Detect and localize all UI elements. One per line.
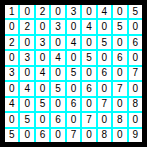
- cell-r7c5[interactable]: 6: [67, 98, 80, 111]
- cell-r7c4[interactable]: 0: [51, 98, 64, 111]
- cell-r9c2[interactable]: 0: [20, 129, 33, 142]
- cell-r4c8[interactable]: 6: [113, 51, 126, 64]
- cell-r5c7[interactable]: 6: [98, 67, 111, 80]
- cell-r6c2[interactable]: 4: [20, 82, 33, 95]
- cell-r5c6[interactable]: 0: [82, 67, 95, 80]
- cell-r2c8[interactable]: 5: [113, 20, 126, 33]
- cell-r7c3[interactable]: 5: [36, 98, 49, 111]
- cell-r2c3[interactable]: 0: [36, 20, 49, 33]
- cell-r9c9[interactable]: 9: [129, 129, 142, 142]
- cell-r3c2[interactable]: 0: [20, 36, 33, 49]
- cell-r1c8[interactable]: 0: [113, 5, 126, 18]
- cell-r7c9[interactable]: 8: [129, 98, 142, 111]
- cell-r3c6[interactable]: 0: [82, 36, 95, 49]
- cell-r1c9[interactable]: 5: [129, 5, 142, 18]
- cell-r2c6[interactable]: 4: [82, 20, 95, 33]
- cell-r8c9[interactable]: 0: [129, 113, 142, 126]
- cell-r5c2[interactable]: 0: [20, 67, 33, 80]
- cell-r4c5[interactable]: 0: [67, 51, 80, 64]
- cell-r6c7[interactable]: 0: [98, 82, 111, 95]
- cell-r8c1[interactable]: 0: [5, 113, 18, 126]
- cell-r6c9[interactable]: 0: [129, 82, 142, 95]
- cell-r4c9[interactable]: 0: [129, 51, 142, 64]
- number-grid: 1020304050203040502030405060304050603040…: [5, 5, 142, 142]
- cell-r4c3[interactable]: 0: [36, 51, 49, 64]
- cell-r9c1[interactable]: 5: [5, 129, 18, 142]
- cell-r7c1[interactable]: 4: [5, 98, 18, 111]
- cell-r9c4[interactable]: 0: [51, 129, 64, 142]
- cell-r1c5[interactable]: 3: [67, 5, 80, 18]
- cell-r5c9[interactable]: 7: [129, 67, 142, 80]
- cell-r4c4[interactable]: 4: [51, 51, 64, 64]
- cell-r6c8[interactable]: 7: [113, 82, 126, 95]
- cell-r3c9[interactable]: 6: [129, 36, 142, 49]
- cell-r1c7[interactable]: 4: [98, 5, 111, 18]
- cell-r1c1[interactable]: 1: [5, 5, 18, 18]
- cell-r2c9[interactable]: 0: [129, 20, 142, 33]
- cell-r8c5[interactable]: 0: [67, 113, 80, 126]
- cell-r2c2[interactable]: 2: [20, 20, 33, 33]
- cell-r8c6[interactable]: 7: [82, 113, 95, 126]
- cell-r6c3[interactable]: 0: [36, 82, 49, 95]
- cell-r2c4[interactable]: 3: [51, 20, 64, 33]
- cell-r9c7[interactable]: 8: [98, 129, 111, 142]
- cell-r8c3[interactable]: 0: [36, 113, 49, 126]
- cell-r5c4[interactable]: 0: [51, 67, 64, 80]
- cell-r7c2[interactable]: 0: [20, 98, 33, 111]
- cell-r8c7[interactable]: 0: [98, 113, 111, 126]
- cell-r3c7[interactable]: 5: [98, 36, 111, 49]
- cell-r9c5[interactable]: 7: [67, 129, 80, 142]
- cell-r8c4[interactable]: 6: [51, 113, 64, 126]
- cell-r3c4[interactable]: 0: [51, 36, 64, 49]
- cell-r5c3[interactable]: 4: [36, 67, 49, 80]
- cell-r4c1[interactable]: 0: [5, 51, 18, 64]
- cell-r7c8[interactable]: 0: [113, 98, 126, 111]
- cell-r2c1[interactable]: 0: [5, 20, 18, 33]
- cell-r1c3[interactable]: 2: [36, 5, 49, 18]
- board-frame: 1020304050203040502030405060304050603040…: [0, 0, 147, 147]
- cell-r2c7[interactable]: 0: [98, 20, 111, 33]
- cell-r4c6[interactable]: 5: [82, 51, 95, 64]
- cell-r9c6[interactable]: 0: [82, 129, 95, 142]
- cell-r3c1[interactable]: 2: [5, 36, 18, 49]
- cell-r7c7[interactable]: 7: [98, 98, 111, 111]
- cell-r4c7[interactable]: 0: [98, 51, 111, 64]
- cell-r1c2[interactable]: 0: [20, 5, 33, 18]
- cell-r5c1[interactable]: 3: [5, 67, 18, 80]
- cell-r6c5[interactable]: 0: [67, 82, 80, 95]
- cell-r3c8[interactable]: 0: [113, 36, 126, 49]
- cell-r1c6[interactable]: 0: [82, 5, 95, 18]
- cell-r3c5[interactable]: 4: [67, 36, 80, 49]
- cell-r1c4[interactable]: 0: [51, 5, 64, 18]
- cell-r8c2[interactable]: 5: [20, 113, 33, 126]
- cell-r8c8[interactable]: 8: [113, 113, 126, 126]
- cell-r2c5[interactable]: 0: [67, 20, 80, 33]
- cell-r4c2[interactable]: 3: [20, 51, 33, 64]
- cell-r5c8[interactable]: 0: [113, 67, 126, 80]
- cell-r6c4[interactable]: 5: [51, 82, 64, 95]
- cell-r3c3[interactable]: 3: [36, 36, 49, 49]
- cell-r9c3[interactable]: 6: [36, 129, 49, 142]
- cell-r9c8[interactable]: 0: [113, 129, 126, 142]
- cell-r6c1[interactable]: 0: [5, 82, 18, 95]
- cell-r5c5[interactable]: 5: [67, 67, 80, 80]
- cell-r7c6[interactable]: 0: [82, 98, 95, 111]
- cell-r6c6[interactable]: 6: [82, 82, 95, 95]
